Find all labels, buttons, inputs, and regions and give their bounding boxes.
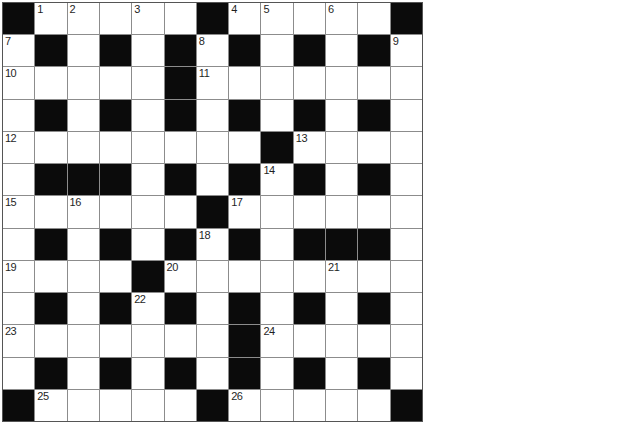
cell-r1c10[interactable] bbox=[326, 35, 357, 66]
cell-r9c2[interactable] bbox=[68, 293, 99, 324]
cell-r3c8[interactable] bbox=[261, 100, 292, 131]
cell-r11c10[interactable] bbox=[326, 358, 357, 389]
cell-r6c4[interactable] bbox=[132, 196, 163, 227]
cell-r4c9[interactable]: 13 bbox=[294, 132, 325, 163]
cell-r10c12[interactable] bbox=[391, 325, 422, 356]
cell-r5c6[interactable] bbox=[197, 164, 228, 195]
clue-number-6: 6 bbox=[328, 3, 334, 16]
cell-r2c0[interactable]: 10 bbox=[3, 67, 34, 98]
block-cell-r5c9 bbox=[294, 164, 325, 195]
block-cell-r7c10 bbox=[326, 229, 357, 260]
block-cell-r0c6 bbox=[197, 3, 228, 34]
block-cell-r7c5 bbox=[165, 229, 196, 260]
block-cell-r6c6 bbox=[197, 196, 228, 227]
cell-r10c3[interactable] bbox=[100, 325, 131, 356]
cell-r0c11[interactable] bbox=[358, 3, 389, 34]
cell-r8c7[interactable] bbox=[229, 261, 260, 292]
block-cell-r2c5 bbox=[165, 67, 196, 98]
block-cell-r1c5 bbox=[165, 35, 196, 66]
cell-r5c12[interactable] bbox=[391, 164, 422, 195]
block-cell-r11c7 bbox=[229, 358, 260, 389]
clue-number-15: 15 bbox=[5, 196, 16, 209]
block-cell-r3c3 bbox=[100, 100, 131, 131]
cell-r2c10[interactable] bbox=[326, 67, 357, 98]
block-cell-r7c11 bbox=[358, 229, 389, 260]
cell-r1c12[interactable]: 9 bbox=[391, 35, 422, 66]
cell-r5c8[interactable]: 14 bbox=[261, 164, 292, 195]
cell-r2c9[interactable] bbox=[294, 67, 325, 98]
clue-number-7: 7 bbox=[5, 35, 11, 48]
cell-r6c12[interactable] bbox=[391, 196, 422, 227]
cell-r4c2[interactable] bbox=[68, 132, 99, 163]
cell-r1c8[interactable] bbox=[261, 35, 292, 66]
cell-r12c9[interactable] bbox=[294, 390, 325, 421]
cell-r9c6[interactable] bbox=[197, 293, 228, 324]
cell-r9c12[interactable] bbox=[391, 293, 422, 324]
block-cell-r11c1 bbox=[35, 358, 66, 389]
cell-r12c2[interactable] bbox=[68, 390, 99, 421]
block-cell-r5c2 bbox=[68, 164, 99, 195]
cell-r4c5[interactable] bbox=[165, 132, 196, 163]
cell-r8c1[interactable] bbox=[35, 261, 66, 292]
cell-r12c5[interactable] bbox=[165, 390, 196, 421]
block-cell-r1c9 bbox=[294, 35, 325, 66]
block-cell-r12c12 bbox=[391, 390, 422, 421]
block-cell-r0c0 bbox=[3, 3, 34, 34]
cell-r4c12[interactable] bbox=[391, 132, 422, 163]
cell-r6c0[interactable]: 15 bbox=[3, 196, 34, 227]
cell-r10c10[interactable] bbox=[326, 325, 357, 356]
cell-r5c4[interactable] bbox=[132, 164, 163, 195]
cell-r0c5[interactable] bbox=[165, 3, 196, 34]
cell-r8c6[interactable] bbox=[197, 261, 228, 292]
cell-r10c0[interactable]: 23 bbox=[3, 325, 34, 356]
cell-r0c1[interactable]: 1 bbox=[35, 3, 66, 34]
cell-r7c12[interactable] bbox=[391, 229, 422, 260]
clue-number-22: 22 bbox=[134, 293, 145, 306]
cell-r4c3[interactable] bbox=[100, 132, 131, 163]
clue-number-13: 13 bbox=[296, 132, 307, 145]
block-cell-r5c7 bbox=[229, 164, 260, 195]
clue-number-9: 9 bbox=[393, 35, 399, 48]
block-cell-r1c3 bbox=[100, 35, 131, 66]
clue-number-25: 25 bbox=[37, 390, 48, 403]
block-cell-r7c1 bbox=[35, 229, 66, 260]
clue-number-17: 17 bbox=[231, 196, 242, 209]
block-cell-r8c4 bbox=[132, 261, 163, 292]
cell-r1c2[interactable] bbox=[68, 35, 99, 66]
block-cell-r9c7 bbox=[229, 293, 260, 324]
cell-r2c6[interactable]: 11 bbox=[197, 67, 228, 98]
cell-r8c3[interactable] bbox=[100, 261, 131, 292]
cell-r0c9[interactable] bbox=[294, 3, 325, 34]
block-cell-r4c8 bbox=[261, 132, 292, 163]
clue-number-12: 12 bbox=[5, 132, 16, 145]
block-cell-r7c7 bbox=[229, 229, 260, 260]
cell-r8c0[interactable]: 19 bbox=[3, 261, 34, 292]
block-cell-r9c5 bbox=[165, 293, 196, 324]
cell-r12c1[interactable]: 25 bbox=[35, 390, 66, 421]
cell-r11c4[interactable] bbox=[132, 358, 163, 389]
cell-r2c7[interactable] bbox=[229, 67, 260, 98]
cell-r6c9[interactable] bbox=[294, 196, 325, 227]
block-cell-r3c1 bbox=[35, 100, 66, 131]
cell-r5c0[interactable] bbox=[3, 164, 34, 195]
cell-r6c11[interactable] bbox=[358, 196, 389, 227]
cell-r0c10[interactable]: 6 bbox=[326, 3, 357, 34]
block-cell-r12c0 bbox=[3, 390, 34, 421]
cell-r12c10[interactable] bbox=[326, 390, 357, 421]
cell-r4c0[interactable]: 12 bbox=[3, 132, 34, 163]
clue-number-10: 10 bbox=[5, 67, 16, 80]
block-cell-r11c11 bbox=[358, 358, 389, 389]
cell-r10c4[interactable] bbox=[132, 325, 163, 356]
clue-number-21: 21 bbox=[328, 261, 339, 274]
cell-r0c8[interactable]: 5 bbox=[261, 3, 292, 34]
cell-r10c2[interactable] bbox=[68, 325, 99, 356]
clue-number-4: 4 bbox=[231, 3, 237, 16]
cell-r1c4[interactable] bbox=[132, 35, 163, 66]
cell-r3c0[interactable] bbox=[3, 100, 34, 131]
cell-r3c12[interactable] bbox=[391, 100, 422, 131]
cell-r2c8[interactable] bbox=[261, 67, 292, 98]
cell-r4c10[interactable] bbox=[326, 132, 357, 163]
clue-number-8: 8 bbox=[199, 35, 205, 48]
cell-r4c6[interactable] bbox=[197, 132, 228, 163]
block-cell-r3c5 bbox=[165, 100, 196, 131]
cell-r11c0[interactable] bbox=[3, 358, 34, 389]
clue-number-16: 16 bbox=[70, 196, 81, 209]
cell-r8c9[interactable] bbox=[294, 261, 325, 292]
clue-number-26: 26 bbox=[231, 390, 242, 403]
cell-r9c10[interactable] bbox=[326, 293, 357, 324]
cell-r1c6[interactable]: 8 bbox=[197, 35, 228, 66]
cell-r3c10[interactable] bbox=[326, 100, 357, 131]
cell-r8c12[interactable] bbox=[391, 261, 422, 292]
cell-r12c8[interactable] bbox=[261, 390, 292, 421]
cell-r11c12[interactable] bbox=[391, 358, 422, 389]
clue-number-3: 3 bbox=[134, 3, 140, 16]
block-cell-r10c7 bbox=[229, 325, 260, 356]
crossword-grid: 1234567891011121314151617181920212223242… bbox=[2, 2, 423, 422]
cell-r10c6[interactable] bbox=[197, 325, 228, 356]
cell-r5c10[interactable] bbox=[326, 164, 357, 195]
clue-number-5: 5 bbox=[263, 3, 269, 16]
cell-r2c11[interactable] bbox=[358, 67, 389, 98]
cell-r7c8[interactable] bbox=[261, 229, 292, 260]
cell-r4c4[interactable] bbox=[132, 132, 163, 163]
clue-number-18: 18 bbox=[199, 229, 210, 242]
cell-r3c2[interactable] bbox=[68, 100, 99, 131]
cell-r6c10[interactable] bbox=[326, 196, 357, 227]
cell-r6c5[interactable] bbox=[165, 196, 196, 227]
cell-r4c7[interactable] bbox=[229, 132, 260, 163]
block-cell-r1c7 bbox=[229, 35, 260, 66]
cell-r12c7[interactable]: 26 bbox=[229, 390, 260, 421]
cell-r2c2[interactable] bbox=[68, 67, 99, 98]
clue-number-23: 23 bbox=[5, 325, 16, 338]
cell-r0c4[interactable]: 3 bbox=[132, 3, 163, 34]
block-cell-r0c12 bbox=[391, 3, 422, 34]
clue-number-20: 20 bbox=[167, 261, 178, 274]
cell-r6c1[interactable] bbox=[35, 196, 66, 227]
block-cell-r9c3 bbox=[100, 293, 131, 324]
cell-r10c5[interactable] bbox=[165, 325, 196, 356]
cell-r11c2[interactable] bbox=[68, 358, 99, 389]
cell-r6c8[interactable] bbox=[261, 196, 292, 227]
block-cell-r5c3 bbox=[100, 164, 131, 195]
cell-r0c3[interactable] bbox=[100, 3, 131, 34]
block-cell-r3c9 bbox=[294, 100, 325, 131]
cell-r6c2[interactable]: 16 bbox=[68, 196, 99, 227]
clue-number-14: 14 bbox=[263, 164, 274, 177]
block-cell-r1c1 bbox=[35, 35, 66, 66]
cell-r6c7[interactable]: 17 bbox=[229, 196, 260, 227]
clue-number-24: 24 bbox=[263, 325, 274, 338]
cell-r7c0[interactable] bbox=[3, 229, 34, 260]
cell-r8c8[interactable] bbox=[261, 261, 292, 292]
cell-r3c4[interactable] bbox=[132, 100, 163, 131]
cell-r9c4[interactable]: 22 bbox=[132, 293, 163, 324]
block-cell-r5c5 bbox=[165, 164, 196, 195]
clue-number-11: 11 bbox=[199, 67, 209, 80]
clue-number-19: 19 bbox=[5, 261, 16, 274]
cell-r11c8[interactable] bbox=[261, 358, 292, 389]
cell-r12c11[interactable] bbox=[358, 390, 389, 421]
cell-r2c1[interactable] bbox=[35, 67, 66, 98]
block-cell-r9c11 bbox=[358, 293, 389, 324]
cell-r0c7[interactable]: 4 bbox=[229, 3, 260, 34]
cell-r2c4[interactable] bbox=[132, 67, 163, 98]
page: 1234567891011121314151617181920212223242… bbox=[0, 0, 640, 425]
block-cell-r12c6 bbox=[197, 390, 228, 421]
cell-r7c6[interactable]: 18 bbox=[197, 229, 228, 260]
block-cell-r11c5 bbox=[165, 358, 196, 389]
clue-number-1: 1 bbox=[37, 3, 43, 16]
cell-r7c4[interactable] bbox=[132, 229, 163, 260]
block-cell-r3c7 bbox=[229, 100, 260, 131]
cell-r11c6[interactable] bbox=[197, 358, 228, 389]
block-cell-r9c9 bbox=[294, 293, 325, 324]
cell-r4c11[interactable] bbox=[358, 132, 389, 163]
clue-number-2: 2 bbox=[70, 3, 76, 16]
cell-r12c3[interactable] bbox=[100, 390, 131, 421]
block-cell-r11c3 bbox=[100, 358, 131, 389]
block-cell-r11c9 bbox=[294, 358, 325, 389]
block-cell-r7c9 bbox=[294, 229, 325, 260]
cell-r9c8[interactable] bbox=[261, 293, 292, 324]
cell-r10c9[interactable] bbox=[294, 325, 325, 356]
cell-r3c6[interactable] bbox=[197, 100, 228, 131]
cell-r10c8[interactable]: 24 bbox=[261, 325, 292, 356]
cell-r9c0[interactable] bbox=[3, 293, 34, 324]
cell-r8c2[interactable] bbox=[68, 261, 99, 292]
cell-r8c11[interactable] bbox=[358, 261, 389, 292]
cell-r6c3[interactable] bbox=[100, 196, 131, 227]
block-cell-r1c11 bbox=[358, 35, 389, 66]
cell-r0c2[interactable]: 2 bbox=[68, 3, 99, 34]
cell-r4c1[interactable] bbox=[35, 132, 66, 163]
cell-r7c2[interactable] bbox=[68, 229, 99, 260]
cell-r8c10[interactable]: 21 bbox=[326, 261, 357, 292]
block-cell-r7c3 bbox=[100, 229, 131, 260]
block-cell-r3c11 bbox=[358, 100, 389, 131]
cell-r8c5[interactable]: 20 bbox=[165, 261, 196, 292]
block-cell-r5c11 bbox=[358, 164, 389, 195]
cell-r2c12[interactable] bbox=[391, 67, 422, 98]
cell-r10c11[interactable] bbox=[358, 325, 389, 356]
block-cell-r9c1 bbox=[35, 293, 66, 324]
cell-r2c3[interactable] bbox=[100, 67, 131, 98]
cell-r10c1[interactable] bbox=[35, 325, 66, 356]
cell-r1c0[interactable]: 7 bbox=[3, 35, 34, 66]
cell-r12c4[interactable] bbox=[132, 390, 163, 421]
block-cell-r5c1 bbox=[35, 164, 66, 195]
